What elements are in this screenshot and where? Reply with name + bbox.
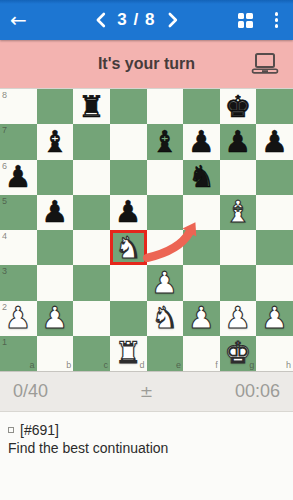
white-knight-d4[interactable]: ♞ <box>110 230 147 265</box>
white-pawn-h2[interactable]: ♟ <box>256 301 293 336</box>
square-d2[interactable] <box>110 301 147 336</box>
white-pawn-f2[interactable]: ♟ <box>183 301 220 336</box>
square-h8[interactable] <box>256 89 293 124</box>
timer: 00:06 <box>191 381 280 402</box>
arrow-back-icon: ← <box>10 8 27 32</box>
square-b2[interactable]: ♟ <box>37 301 74 336</box>
chevron-left-icon <box>94 12 105 28</box>
white-bishop-g5[interactable]: ♝ <box>220 195 257 230</box>
square-f5[interactable] <box>183 195 220 230</box>
square-c8[interactable]: ♜ <box>73 89 110 124</box>
square-c6[interactable] <box>73 160 110 195</box>
square-e3[interactable]: ♟ <box>147 265 184 300</box>
chevron-right-icon <box>167 12 178 28</box>
square-a7[interactable]: 7 <box>0 124 37 159</box>
turn-banner: It's your turn <box>0 40 293 88</box>
square-g1[interactable]: g♚ <box>220 336 257 371</box>
square-a3[interactable]: 3 <box>0 265 37 300</box>
square-g6[interactable] <box>220 160 257 195</box>
file-label-b: b <box>66 360 71 370</box>
square-f7[interactable]: ♟ <box>183 124 220 159</box>
square-b1[interactable]: b <box>37 336 74 371</box>
square-h1[interactable]: h <box>256 336 293 371</box>
appbar-actions <box>238 10 281 30</box>
white-knight-e2[interactable]: ♞ <box>147 301 184 336</box>
square-g3[interactable] <box>220 265 257 300</box>
square-c2[interactable] <box>73 301 110 336</box>
black-pawn-g7[interactable]: ♟ <box>220 124 257 159</box>
square-b4[interactable] <box>37 230 74 265</box>
square-b3[interactable] <box>37 265 74 300</box>
black-rook-c8[interactable]: ♜ <box>73 89 110 124</box>
square-b8[interactable] <box>37 89 74 124</box>
file-label-c: c <box>103 360 108 370</box>
square-c5[interactable] <box>73 195 110 230</box>
square-b7[interactable]: ♝ <box>37 124 74 159</box>
score-counter: 0/40 <box>13 381 102 402</box>
square-f4[interactable] <box>183 230 220 265</box>
puzzle-id: [#691] <box>20 421 59 439</box>
square-bullet-icon <box>8 427 14 433</box>
square-d1[interactable]: d♜ <box>110 336 147 371</box>
white-rook-d1[interactable]: ♜ <box>110 336 147 371</box>
white-king-g1[interactable]: ♚ <box>220 336 257 371</box>
black-pawn-f7[interactable]: ♟ <box>183 124 220 159</box>
square-a1[interactable]: 1a <box>0 336 37 371</box>
turn-banner-text: It's your turn <box>98 55 195 73</box>
square-f3[interactable] <box>183 265 220 300</box>
square-g4[interactable] <box>220 230 257 265</box>
square-h4[interactable] <box>256 230 293 265</box>
square-b6[interactable] <box>37 160 74 195</box>
app-bar: ← 3 / 8 <box>0 0 293 40</box>
rank-label-8: 8 <box>2 90 7 100</box>
white-pawn-g2[interactable]: ♟ <box>220 301 257 336</box>
square-d3[interactable] <box>110 265 147 300</box>
task-panel: [#691] Find the best continuation <box>0 412 293 500</box>
evaluation-symbol[interactable]: ± <box>102 382 191 401</box>
square-h2[interactable]: ♟ <box>256 301 293 336</box>
square-e2[interactable]: ♞ <box>147 301 184 336</box>
back-button[interactable]: ← <box>10 8 38 32</box>
white-pawn-a2[interactable]: ♟ <box>0 301 37 336</box>
square-a4[interactable]: 4 <box>0 230 37 265</box>
black-bishop-e7[interactable]: ♝ <box>147 124 184 159</box>
square-g2[interactable]: ♟ <box>220 301 257 336</box>
white-pawn-e3[interactable]: ♟ <box>147 265 184 300</box>
square-c3[interactable] <box>73 265 110 300</box>
black-pawn-h7[interactable]: ♟ <box>256 124 293 159</box>
status-bar: 0/40 ± 00:06 <box>0 372 293 412</box>
square-f2[interactable]: ♟ <box>183 301 220 336</box>
task-instruction: Find the best continuation <box>8 439 285 457</box>
square-e5[interactable] <box>147 195 184 230</box>
black-pawn-a6[interactable]: ♟ <box>0 160 37 195</box>
square-f1[interactable]: f <box>183 336 220 371</box>
square-c1[interactable]: c <box>73 336 110 371</box>
task-id-row: [#691] <box>8 421 285 439</box>
prev-puzzle-button[interactable] <box>94 12 105 28</box>
square-d7[interactable] <box>110 124 147 159</box>
square-c7[interactable] <box>73 124 110 159</box>
file-label-f: f <box>215 360 218 370</box>
square-e6[interactable] <box>147 160 184 195</box>
black-bishop-b7[interactable]: ♝ <box>37 124 74 159</box>
square-f8[interactable] <box>183 89 220 124</box>
square-e7[interactable]: ♝ <box>147 124 184 159</box>
computer-icon[interactable] <box>250 52 280 76</box>
black-pawn-b5[interactable]: ♟ <box>37 195 74 230</box>
puzzle-position-label: 3 / 8 <box>117 10 155 30</box>
square-c4[interactable] <box>73 230 110 265</box>
square-h3[interactable] <box>256 265 293 300</box>
black-king-g8[interactable]: ♚ <box>220 89 257 124</box>
square-a8[interactable]: 8 <box>0 89 37 124</box>
square-b5[interactable]: ♟ <box>37 195 74 230</box>
file-label-a: a <box>30 360 35 370</box>
square-g8[interactable]: ♚ <box>220 89 257 124</box>
white-pawn-b2[interactable]: ♟ <box>37 301 74 336</box>
square-h6[interactable] <box>256 160 293 195</box>
rank-label-4: 4 <box>2 231 7 241</box>
square-g5[interactable]: ♝ <box>220 195 257 230</box>
square-f6[interactable]: ♞ <box>183 160 220 195</box>
square-h7[interactable]: ♟ <box>256 124 293 159</box>
square-a5[interactable]: 5 <box>0 195 37 230</box>
rank-label-5: 5 <box>2 196 7 206</box>
square-e4[interactable] <box>147 230 184 265</box>
rank-label-1: 1 <box>2 337 7 347</box>
chess-board-area: 8♜♚7♝♝♟♟♟6♟♞5♟♟♝4♞3♟2♟♟♞♟♟♟1abcd♜efg♚h <box>0 88 293 372</box>
puzzle-grid-button[interactable] <box>238 13 253 28</box>
square-d5[interactable]: ♟ <box>110 195 147 230</box>
app-window: ← 3 / 8 It's your turn <box>0 0 293 500</box>
black-knight-f6[interactable]: ♞ <box>183 160 220 195</box>
square-e1[interactable]: e <box>147 336 184 371</box>
overflow-menu-button[interactable] <box>273 10 281 30</box>
square-g7[interactable]: ♟ <box>220 124 257 159</box>
chess-board: 8♜♚7♝♝♟♟♟6♟♞5♟♟♝4♞3♟2♟♟♞♟♟♟1abcd♜efg♚h <box>0 89 293 371</box>
square-a6[interactable]: 6♟ <box>0 160 37 195</box>
black-pawn-d5[interactable]: ♟ <box>110 195 147 230</box>
square-d8[interactable] <box>110 89 147 124</box>
square-d4[interactable]: ♞ <box>110 230 147 265</box>
rank-label-3: 3 <box>2 266 7 276</box>
puzzle-navigation: 3 / 8 <box>94 10 178 30</box>
square-d6[interactable] <box>110 160 147 195</box>
next-puzzle-button[interactable] <box>167 12 178 28</box>
square-e8[interactable] <box>147 89 184 124</box>
file-label-e: e <box>176 360 181 370</box>
square-a2[interactable]: 2♟ <box>0 301 37 336</box>
rank-label-7: 7 <box>2 125 7 135</box>
file-label-h: h <box>286 360 291 370</box>
square-h5[interactable] <box>256 195 293 230</box>
